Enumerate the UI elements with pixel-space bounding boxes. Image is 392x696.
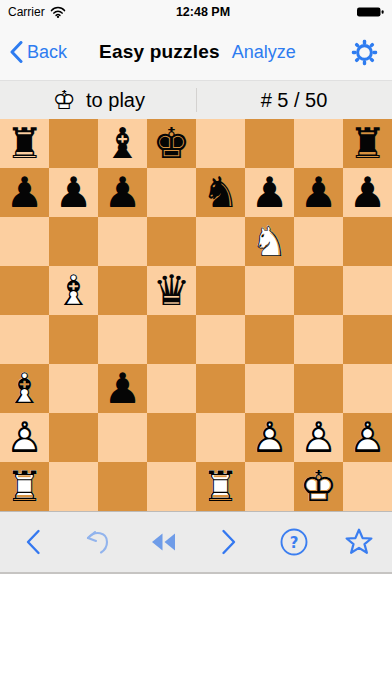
square-e6[interactable] [196, 217, 245, 266]
white-rook[interactable]: ♜♖ [0, 462, 49, 511]
page-title: Easy puzzles [99, 41, 220, 63]
square-c5[interactable] [98, 266, 147, 315]
undo-button[interactable] [76, 520, 120, 564]
back-label: Back [27, 42, 67, 63]
square-c8[interactable]: ♝ [98, 119, 147, 168]
square-b1[interactable] [49, 462, 98, 511]
white-pawn[interactable]: ♟♙ [294, 413, 343, 462]
back-chevron-icon [10, 41, 23, 63]
undo-arrow-icon [82, 528, 114, 556]
square-g3[interactable] [294, 364, 343, 413]
black-king[interactable]: ♚ [147, 119, 196, 168]
black-rook[interactable]: ♜ [0, 119, 49, 168]
square-b5[interactable]: ♝♗ [49, 266, 98, 315]
square-e4[interactable] [196, 315, 245, 364]
square-d8[interactable]: ♚ [147, 119, 196, 168]
white-king-icon: ♚♔ [51, 85, 77, 115]
square-d6[interactable] [147, 217, 196, 266]
back-button[interactable]: Back [10, 41, 67, 63]
white-bishop[interactable]: ♝♗ [0, 364, 49, 413]
chess-board: ♜♝♚♜♟♟♟♞♟♟♟♞♘♝♗♛♝♗♟♟♙♟♙♟♙♟♙♜♖♜♖♚♔ [0, 119, 392, 511]
nav-bar: Back Easy puzzles Analyze [0, 24, 392, 80]
black-knight[interactable]: ♞ [196, 168, 245, 217]
square-h1[interactable] [343, 462, 392, 511]
square-f7[interactable]: ♟ [245, 168, 294, 217]
square-g6[interactable] [294, 217, 343, 266]
square-d4[interactable] [147, 315, 196, 364]
white-rook[interactable]: ♜♖ [196, 462, 245, 511]
square-d1[interactable] [147, 462, 196, 511]
black-pawn[interactable]: ♟ [0, 168, 49, 217]
question-circle-icon: ? [279, 527, 309, 557]
square-f2[interactable]: ♟♙ [245, 413, 294, 462]
fast-rewind-icon [150, 533, 177, 551]
square-b4[interactable] [49, 315, 98, 364]
black-rook[interactable]: ♜ [343, 119, 392, 168]
square-c2[interactable] [98, 413, 147, 462]
square-a5[interactable] [0, 266, 49, 315]
settings-gear-icon[interactable] [351, 39, 378, 66]
black-queen[interactable]: ♛ [147, 266, 196, 315]
square-a7[interactable]: ♟ [0, 168, 49, 217]
empty-area [0, 574, 392, 696]
black-pawn[interactable]: ♟ [49, 168, 98, 217]
square-f3[interactable] [245, 364, 294, 413]
square-c4[interactable] [98, 315, 147, 364]
star-icon [344, 527, 374, 557]
square-f6[interactable]: ♞♘ [245, 217, 294, 266]
square-b2[interactable] [49, 413, 98, 462]
black-pawn[interactable]: ♟ [245, 168, 294, 217]
square-a8[interactable]: ♜ [0, 119, 49, 168]
favorite-button[interactable] [337, 520, 381, 564]
black-pawn[interactable]: ♟ [294, 168, 343, 217]
info-bar: ♚♔ to play # 5 / 50 [0, 80, 392, 119]
chevron-right-icon [220, 528, 238, 556]
analyze-button[interactable]: Analyze [232, 42, 296, 63]
black-bishop[interactable]: ♝ [98, 119, 147, 168]
forward-move-button[interactable] [207, 520, 251, 564]
wifi-icon [50, 6, 66, 18]
square-h7[interactable]: ♟ [343, 168, 392, 217]
square-g7[interactable]: ♟ [294, 168, 343, 217]
square-c7[interactable]: ♟ [98, 168, 147, 217]
battery-icon [356, 6, 384, 18]
hint-button[interactable]: ? [272, 520, 316, 564]
square-f5[interactable] [245, 266, 294, 315]
square-b3[interactable] [49, 364, 98, 413]
toolbar: ? [0, 511, 392, 574]
square-c6[interactable] [98, 217, 147, 266]
square-a6[interactable] [0, 217, 49, 266]
black-pawn[interactable]: ♟ [98, 168, 147, 217]
square-h3[interactable] [343, 364, 392, 413]
square-e7[interactable]: ♞ [196, 168, 245, 217]
square-e8[interactable] [196, 119, 245, 168]
square-f1[interactable] [245, 462, 294, 511]
white-pawn[interactable]: ♟♙ [245, 413, 294, 462]
white-pawn[interactable]: ♟♙ [343, 413, 392, 462]
square-h4[interactable] [343, 315, 392, 364]
square-g8[interactable] [294, 119, 343, 168]
app-window: Carrier 12:48 PM [0, 0, 392, 696]
info-bar-divider [196, 88, 197, 112]
square-h8[interactable]: ♜ [343, 119, 392, 168]
side-to-move-indicator: ♚♔ to play [0, 81, 196, 119]
square-e3[interactable] [196, 364, 245, 413]
square-h2[interactable]: ♟♙ [343, 413, 392, 462]
square-e2[interactable] [196, 413, 245, 462]
white-king[interactable]: ♚♔ [294, 462, 343, 511]
black-pawn[interactable]: ♟ [343, 168, 392, 217]
white-bishop[interactable]: ♝♗ [49, 266, 98, 315]
square-g2[interactable]: ♟♙ [294, 413, 343, 462]
square-g1[interactable]: ♚♔ [294, 462, 343, 511]
square-f4[interactable] [245, 315, 294, 364]
square-a3[interactable]: ♝♗ [0, 364, 49, 413]
square-c3[interactable]: ♟ [98, 364, 147, 413]
square-d7[interactable] [147, 168, 196, 217]
puzzle-counter: # 5 / 50 [261, 89, 328, 112]
status-bar: Carrier 12:48 PM [0, 0, 392, 24]
square-e1[interactable]: ♜♖ [196, 462, 245, 511]
square-a4[interactable] [0, 315, 49, 364]
square-a1[interactable]: ♜♖ [0, 462, 49, 511]
to-play-label: to play [86, 89, 145, 112]
white-pawn[interactable]: ♟♙ [0, 413, 49, 462]
square-e5[interactable] [196, 266, 245, 315]
white-knight[interactable]: ♞♘ [245, 217, 294, 266]
square-f8[interactable] [245, 119, 294, 168]
clock: 12:48 PM [142, 5, 264, 19]
svg-text:?: ? [290, 534, 299, 552]
square-c1[interactable] [98, 462, 147, 511]
black-pawn[interactable]: ♟ [98, 364, 147, 413]
rewind-button[interactable] [141, 520, 185, 564]
square-d5[interactable]: ♛ [147, 266, 196, 315]
square-b7[interactable]: ♟ [49, 168, 98, 217]
square-b6[interactable] [49, 217, 98, 266]
square-b8[interactable] [49, 119, 98, 168]
square-d3[interactable] [147, 364, 196, 413]
chevron-left-icon [24, 528, 42, 556]
square-h6[interactable] [343, 217, 392, 266]
carrier-label: Carrier [8, 5, 45, 19]
square-a2[interactable]: ♟♙ [0, 413, 49, 462]
square-g4[interactable] [294, 315, 343, 364]
square-g5[interactable] [294, 266, 343, 315]
square-h5[interactable] [343, 266, 392, 315]
square-d2[interactable] [147, 413, 196, 462]
back-move-button[interactable] [11, 520, 55, 564]
